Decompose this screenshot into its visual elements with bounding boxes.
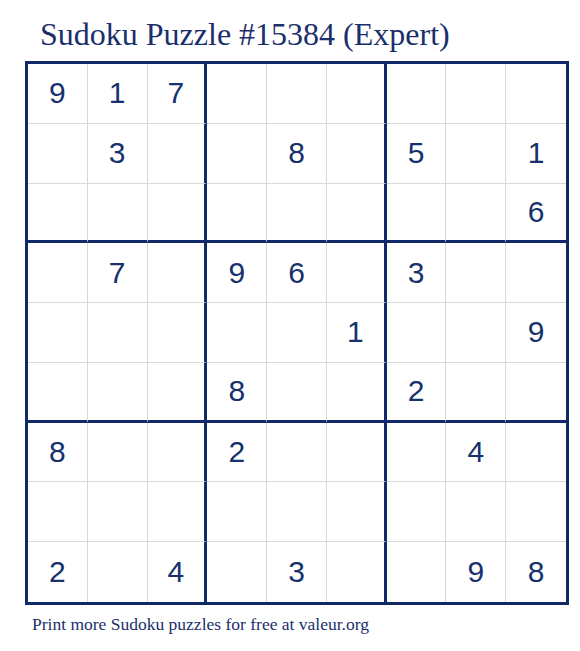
cell-r8c4 (207, 482, 267, 542)
cell-r3c7 (387, 184, 447, 244)
cell-r1c7 (387, 64, 447, 124)
cell-r6c5 (267, 363, 327, 423)
cell-r3c1 (28, 184, 88, 244)
cell-r7c7 (387, 423, 447, 483)
cell-r5c5 (267, 303, 327, 363)
cell-r1c1: 9 (28, 64, 88, 124)
cell-r2c5: 8 (267, 124, 327, 184)
cell-r7c2 (88, 423, 148, 483)
cell-r9c8: 9 (446, 542, 506, 602)
cell-r1c4 (207, 64, 267, 124)
cell-r8c3 (148, 482, 208, 542)
cell-r3c5 (267, 184, 327, 244)
cell-r2c6 (327, 124, 387, 184)
cell-r4c2: 7 (88, 243, 148, 303)
cell-r9c9: 8 (506, 542, 566, 602)
cell-r3c4 (207, 184, 267, 244)
cell-r3c3 (148, 184, 208, 244)
cell-r4c9 (506, 243, 566, 303)
cell-r7c1: 8 (28, 423, 88, 483)
cell-r6c1 (28, 363, 88, 423)
cell-r1c2: 1 (88, 64, 148, 124)
cell-r2c8 (446, 124, 506, 184)
cell-r1c9 (506, 64, 566, 124)
cell-r4c4: 9 (207, 243, 267, 303)
cell-r7c5 (267, 423, 327, 483)
cell-r5c1 (28, 303, 88, 363)
cell-r5c6: 1 (327, 303, 387, 363)
cell-r9c2 (88, 542, 148, 602)
cell-r5c9: 9 (506, 303, 566, 363)
cell-r8c5 (267, 482, 327, 542)
cell-r9c7 (387, 542, 447, 602)
cell-r8c8 (446, 482, 506, 542)
cell-r6c7: 2 (387, 363, 447, 423)
cell-r5c4 (207, 303, 267, 363)
cell-r6c4: 8 (207, 363, 267, 423)
cell-r5c2 (88, 303, 148, 363)
cell-r4c8 (446, 243, 506, 303)
cell-r5c7 (387, 303, 447, 363)
cell-r7c6 (327, 423, 387, 483)
cell-r8c2 (88, 482, 148, 542)
cell-r2c7: 5 (387, 124, 447, 184)
cell-r3c8 (446, 184, 506, 244)
cell-r5c3 (148, 303, 208, 363)
cell-r9c5: 3 (267, 542, 327, 602)
cell-r9c6 (327, 542, 387, 602)
cell-r6c2 (88, 363, 148, 423)
cell-r8c1 (28, 482, 88, 542)
cell-r8c9 (506, 482, 566, 542)
cell-r9c3: 4 (148, 542, 208, 602)
cell-r7c8: 4 (446, 423, 506, 483)
cell-r8c7 (387, 482, 447, 542)
cell-r5c8 (446, 303, 506, 363)
cell-r6c8 (446, 363, 506, 423)
cell-r7c3 (148, 423, 208, 483)
cell-r7c9 (506, 423, 566, 483)
cell-r9c4 (207, 542, 267, 602)
cell-r3c2 (88, 184, 148, 244)
cell-r1c3: 7 (148, 64, 208, 124)
cell-r8c6 (327, 482, 387, 542)
cell-r3c9: 6 (506, 184, 566, 244)
cell-r2c4 (207, 124, 267, 184)
cell-r7c4: 2 (207, 423, 267, 483)
cell-r6c3 (148, 363, 208, 423)
cell-r4c1 (28, 243, 88, 303)
cell-r2c1 (28, 124, 88, 184)
footer-text: Print more Sudoku puzzles for free at va… (32, 614, 369, 635)
cell-r6c6 (327, 363, 387, 423)
sudoku-board: 917385167963198282424398 (25, 61, 569, 605)
cell-r1c6 (327, 64, 387, 124)
cell-r3c6 (327, 184, 387, 244)
sudoku-page: Sudoku Puzzle #15384 (Expert) 9173851679… (0, 0, 580, 651)
cell-r2c3 (148, 124, 208, 184)
cell-r6c9 (506, 363, 566, 423)
cell-r4c3 (148, 243, 208, 303)
cell-r9c1: 2 (28, 542, 88, 602)
cell-r4c5: 6 (267, 243, 327, 303)
cell-r2c9: 1 (506, 124, 566, 184)
cell-r4c7: 3 (387, 243, 447, 303)
page-title: Sudoku Puzzle #15384 (Expert) (40, 17, 450, 52)
cell-r2c2: 3 (88, 124, 148, 184)
cell-r1c8 (446, 64, 506, 124)
cell-r4c6 (327, 243, 387, 303)
cell-r1c5 (267, 64, 327, 124)
